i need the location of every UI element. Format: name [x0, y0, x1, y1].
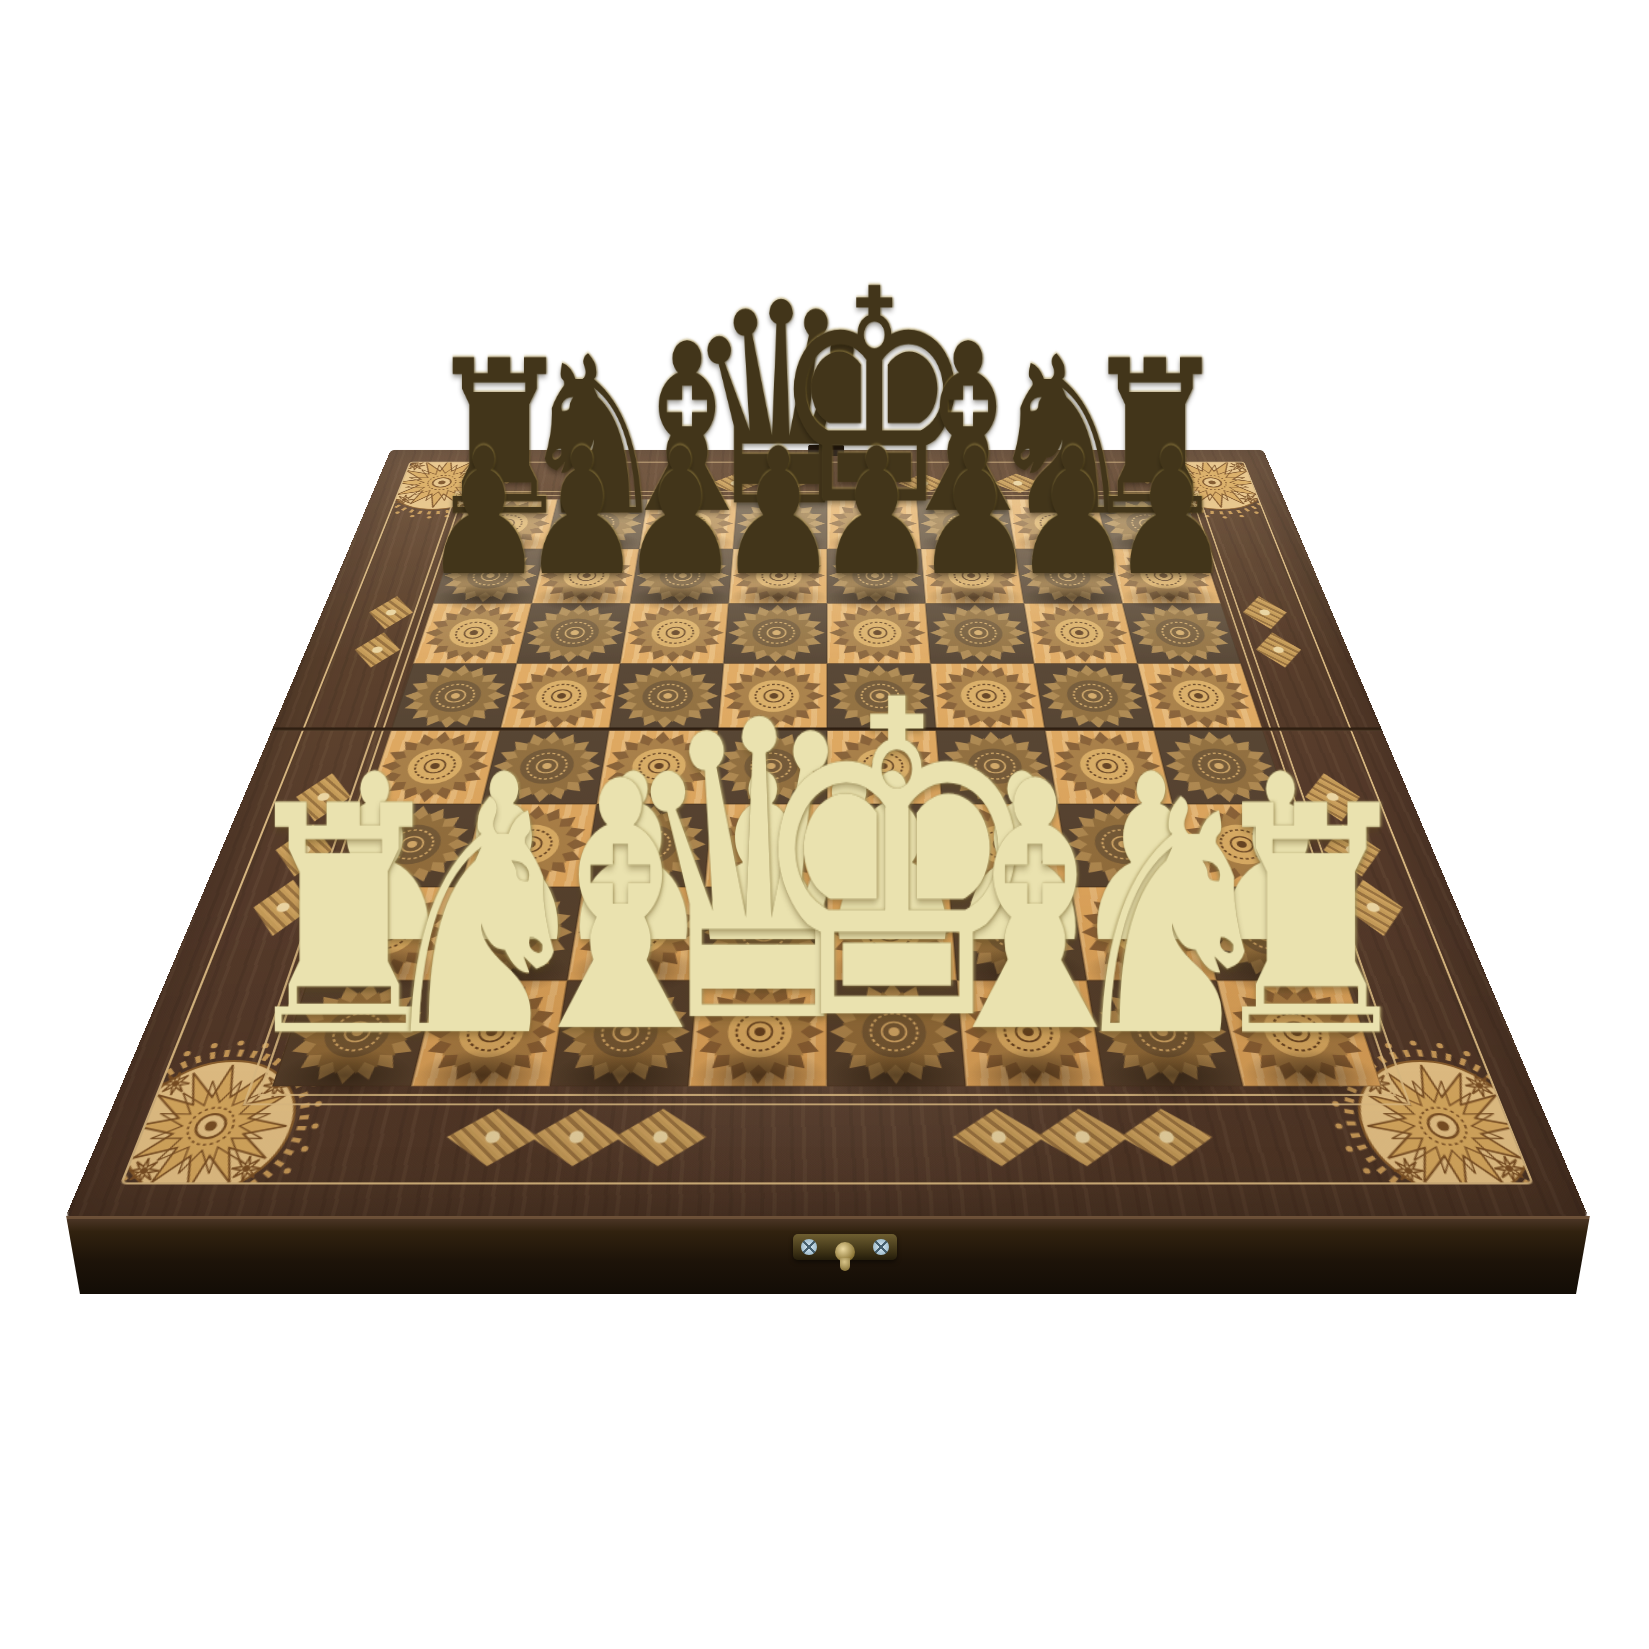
latch-knob — [835, 1242, 855, 1262]
folding-chess-board: ♜♞♝♛♚♝♞♜♟♟♟♟♟♟♟♟♟♟♟♟♟♟♟♟♜♞♝♛♚♝♞♜ — [64, 450, 1590, 1221]
square-a5[interactable] — [391, 663, 517, 730]
scene: ♜♞♝♛♚♝♞♜♟♟♟♟♟♟♟♟♟♟♟♟♟♟♟♟♜♞♝♛♚♝♞♜ — [0, 0, 1649, 1649]
square-b6[interactable] — [517, 603, 630, 663]
square-e7[interactable] — [827, 549, 925, 604]
latch-screw-right — [873, 1239, 889, 1255]
square-a8[interactable] — [451, 499, 557, 549]
square-h7[interactable] — [1109, 549, 1221, 604]
square-b7[interactable] — [532, 549, 640, 604]
square-h6[interactable] — [1122, 603, 1240, 663]
latch-screw-left — [801, 1239, 817, 1255]
square-c7[interactable] — [630, 549, 733, 604]
square-a7[interactable] — [433, 549, 545, 604]
square-d7[interactable] — [729, 549, 827, 604]
square-h5[interactable] — [1137, 663, 1263, 730]
board-perspective: ♜♞♝♛♚♝♞♜♟♟♟♟♟♟♟♟♟♟♟♟♟♟♟♟♜♞♝♛♚♝♞♜ — [272, 175, 1382, 1285]
square-f7[interactable] — [921, 549, 1024, 604]
square-e8[interactable] — [827, 499, 921, 549]
piece-white-rook-h1[interactable]: ♜ — [1129, 765, 1491, 1080]
square-b8[interactable] — [545, 499, 647, 549]
square-f8[interactable] — [917, 499, 1015, 549]
square-h8[interactable] — [1096, 499, 1202, 549]
square-g8[interactable] — [1007, 499, 1109, 549]
square-a6[interactable] — [413, 603, 531, 663]
brass-latch — [793, 1234, 897, 1260]
square-g7[interactable] — [1015, 549, 1123, 604]
square-c8[interactable] — [639, 499, 737, 549]
board-top-surface: ♜♞♝♛♚♝♞♜♟♟♟♟♟♟♟♟♟♟♟♟♟♟♟♟♜♞♝♛♚♝♞♜ — [64, 450, 1590, 1221]
square-d8[interactable] — [733, 499, 827, 549]
board-front-edge — [60, 1216, 1596, 1294]
